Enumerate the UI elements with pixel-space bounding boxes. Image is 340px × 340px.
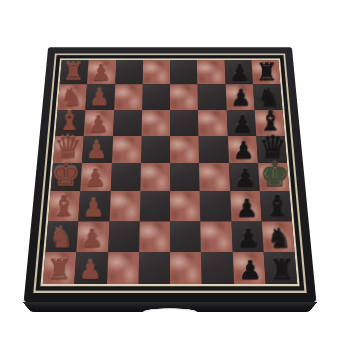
piece-white-pawn: ♟	[81, 166, 111, 190]
square-c6[interactable]	[198, 110, 227, 136]
square-a2[interactable]: ♟	[87, 60, 116, 84]
piece-black-rook: ♜	[265, 255, 297, 283]
square-a7[interactable]: ♟	[224, 60, 253, 84]
piece-black-knight: ♞	[254, 84, 282, 109]
square-f4[interactable]	[140, 191, 170, 221]
square-c3[interactable]	[113, 110, 142, 136]
square-f7[interactable]: ♟	[230, 191, 262, 221]
chess-board: ♜♟♟♜♞♟♟♞♝♟♟♝♛♟♟♛♚♟♟♚♝♟♟♝♞♟♟♞♜♟♟♜	[40, 58, 299, 286]
square-d5[interactable]	[170, 136, 199, 163]
square-h5[interactable]	[170, 252, 202, 284]
square-f6[interactable]	[200, 191, 231, 221]
piece-white-pawn: ♟	[84, 112, 113, 136]
square-g6[interactable]	[200, 221, 232, 252]
square-e1[interactable]: ♚	[51, 163, 83, 191]
piece-white-knight: ♞	[46, 223, 77, 251]
square-b7[interactable]: ♟	[225, 84, 254, 109]
chess-board-frame: ♜♟♟♜♞♟♟♞♝♟♟♝♛♟♟♛♚♟♟♚♝♟♟♝♞♟♟♞♜♟♟♜	[24, 47, 317, 302]
square-h2[interactable]: ♟	[75, 252, 108, 284]
square-a6[interactable]	[197, 60, 225, 84]
square-f5[interactable]	[170, 191, 200, 221]
piece-white-rook: ♜	[43, 255, 75, 283]
square-a8[interactable]: ♜	[251, 60, 280, 84]
piece-black-bishop: ♝	[256, 108, 285, 135]
piece-white-pawn: ♟	[86, 86, 114, 109]
piece-white-pawn: ♟	[77, 225, 108, 251]
square-h8[interactable]: ♜	[263, 252, 297, 284]
square-b3[interactable]	[114, 84, 143, 109]
square-a4[interactable]	[142, 60, 170, 84]
square-a1[interactable]: ♜	[60, 60, 89, 84]
square-g8[interactable]: ♞	[261, 221, 294, 252]
square-f8[interactable]: ♝	[260, 191, 292, 221]
square-b6[interactable]	[198, 84, 227, 109]
square-b1[interactable]: ♞	[58, 84, 88, 109]
square-h7[interactable]: ♟	[232, 252, 265, 284]
square-a3[interactable]	[115, 60, 143, 84]
square-h1[interactable]: ♜	[43, 252, 77, 284]
piece-black-pawn: ♟	[234, 257, 266, 283]
square-d3[interactable]	[112, 136, 142, 163]
piece-white-pawn: ♟	[82, 138, 111, 162]
piece-white-queen: ♛	[53, 131, 82, 162]
piece-white-pawn: ♟	[79, 195, 109, 220]
square-c2[interactable]: ♟	[84, 110, 114, 136]
piece-black-king: ♚	[259, 157, 289, 191]
square-a5[interactable]	[170, 60, 198, 84]
square-g5[interactable]	[170, 221, 201, 252]
square-c8[interactable]: ♝	[254, 110, 284, 136]
square-f1[interactable]: ♝	[48, 191, 80, 221]
piece-black-pawn: ♟	[232, 225, 263, 251]
piece-white-bishop: ♝	[48, 191, 78, 220]
piece-black-pawn: ♟	[228, 138, 257, 162]
square-e7[interactable]: ♟	[229, 163, 260, 191]
square-e4[interactable]	[140, 163, 170, 191]
piece-white-bishop: ♝	[55, 108, 84, 135]
square-d1[interactable]: ♛	[53, 136, 84, 163]
piece-black-queen: ♛	[258, 131, 287, 162]
square-c5[interactable]	[170, 110, 199, 136]
square-h3[interactable]	[106, 252, 138, 284]
piece-white-pawn: ♟	[87, 61, 115, 84]
square-e3[interactable]	[110, 163, 140, 191]
square-c4[interactable]	[141, 110, 170, 136]
square-h6[interactable]	[201, 252, 233, 284]
square-e8[interactable]: ♚	[258, 163, 290, 191]
square-f2[interactable]: ♟	[79, 191, 111, 221]
square-d2[interactable]: ♟	[82, 136, 112, 163]
piece-black-rook: ♜	[253, 59, 281, 84]
square-b2[interactable]: ♟	[86, 84, 115, 109]
square-b8[interactable]: ♞	[253, 84, 283, 109]
chess-set-photo: ♜♟♟♜♞♟♟♞♝♟♟♝♛♟♟♛♚♟♟♚♝♟♟♝♞♟♟♞♜♟♟♜	[0, 0, 340, 340]
square-b5[interactable]	[170, 84, 198, 109]
piece-white-king: ♚	[51, 157, 81, 191]
square-d6[interactable]	[199, 136, 229, 163]
square-g2[interactable]: ♟	[77, 221, 109, 252]
square-e2[interactable]: ♟	[80, 163, 111, 191]
square-g4[interactable]	[139, 221, 170, 252]
piece-black-bishop: ♝	[261, 191, 291, 220]
square-f3[interactable]	[109, 191, 140, 221]
square-e5[interactable]	[170, 163, 200, 191]
square-b4[interactable]	[142, 84, 170, 109]
piece-black-pawn: ♟	[225, 61, 253, 84]
square-g3[interactable]	[108, 221, 140, 252]
piece-black-knight: ♞	[263, 223, 294, 251]
square-c1[interactable]: ♝	[55, 110, 85, 136]
piece-black-pawn: ♟	[231, 195, 261, 220]
square-g7[interactable]: ♟	[231, 221, 263, 252]
board-front-face	[23, 302, 318, 312]
piece-white-knight: ♞	[58, 84, 86, 109]
square-c7[interactable]: ♟	[226, 110, 256, 136]
piece-black-pawn: ♟	[226, 86, 254, 109]
piece-white-rook: ♜	[60, 59, 88, 84]
square-d8[interactable]: ♛	[256, 136, 287, 163]
square-d7[interactable]: ♟	[227, 136, 257, 163]
square-h4[interactable]	[138, 252, 170, 284]
piece-white-pawn: ♟	[75, 257, 107, 283]
square-g1[interactable]: ♞	[45, 221, 78, 252]
square-e6[interactable]	[199, 163, 229, 191]
finger-notch	[142, 308, 197, 312]
piece-black-pawn: ♟	[227, 112, 256, 136]
square-d4[interactable]	[141, 136, 170, 163]
piece-black-pawn: ♟	[230, 166, 260, 190]
